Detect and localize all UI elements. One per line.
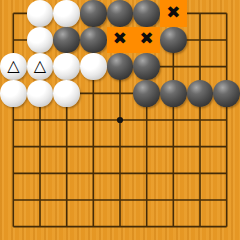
intersection-h4[interactable] xyxy=(187,133,214,160)
intersection-a9[interactable] xyxy=(0,0,27,27)
intersection-a8[interactable] xyxy=(0,27,27,54)
triangle-marker-icon: △ xyxy=(34,58,46,74)
intersection-h2[interactable] xyxy=(187,187,214,214)
intersection-b4[interactable] xyxy=(27,133,54,160)
intersection-h8[interactable] xyxy=(187,27,214,54)
intersection-b2[interactable] xyxy=(27,187,54,214)
intersection-f3[interactable] xyxy=(133,160,160,187)
intersection-j7[interactable] xyxy=(213,53,240,80)
black-stone xyxy=(160,27,186,53)
intersection-d4[interactable] xyxy=(80,133,107,160)
intersection-d3[interactable] xyxy=(80,160,107,187)
intersection-e3[interactable] xyxy=(107,160,134,187)
intersection-j3[interactable] xyxy=(213,160,240,187)
intersection-h5[interactable] xyxy=(187,107,214,134)
intersection-d8 xyxy=(80,27,107,54)
intersection-d5[interactable] xyxy=(80,107,107,134)
black-stone xyxy=(107,53,133,79)
intersection-a2[interactable] xyxy=(0,187,27,214)
intersection-a7: △ xyxy=(0,53,27,80)
intersection-f2[interactable] xyxy=(133,187,160,214)
intersection-j1[interactable] xyxy=(213,213,240,240)
intersection-d6[interactable] xyxy=(80,80,107,107)
intersection-b5[interactable] xyxy=(27,107,54,134)
intersection-c9 xyxy=(53,0,80,27)
intersection-b6 xyxy=(27,80,54,107)
white-stone: △ xyxy=(0,53,26,79)
intersection-b3[interactable] xyxy=(27,160,54,187)
black-stone xyxy=(133,0,159,26)
intersection-a1[interactable] xyxy=(0,213,27,240)
intersection-c8 xyxy=(53,27,80,54)
intersection-f8[interactable]: ✖ xyxy=(133,27,160,54)
intersection-g9[interactable]: ✖ xyxy=(160,0,187,27)
intersection-e8[interactable]: ✖ xyxy=(107,27,134,54)
intersection-g8 xyxy=(160,27,187,54)
intersection-c7 xyxy=(53,53,80,80)
black-stone xyxy=(133,80,159,106)
intersection-f9 xyxy=(133,0,160,27)
white-stone xyxy=(53,80,79,106)
white-stone xyxy=(27,0,53,26)
intersection-b9 xyxy=(27,0,54,27)
intersection-e6[interactable] xyxy=(107,80,134,107)
white-stone xyxy=(53,53,79,79)
white-stone xyxy=(80,53,106,79)
intersection-e9 xyxy=(107,0,134,27)
intersection-g2[interactable] xyxy=(160,187,187,214)
intersection-d1[interactable] xyxy=(80,213,107,240)
black-stone xyxy=(187,80,213,106)
intersection-h9[interactable] xyxy=(187,0,214,27)
intersection-j9[interactable] xyxy=(213,0,240,27)
black-stone xyxy=(53,27,79,53)
intersection-e1[interactable] xyxy=(107,213,134,240)
intersection-d2[interactable] xyxy=(80,187,107,214)
intersection-a3[interactable] xyxy=(0,160,27,187)
intersection-c2[interactable] xyxy=(53,187,80,214)
x-marker-icon: ✖ xyxy=(166,4,180,21)
intersection-e2[interactable] xyxy=(107,187,134,214)
intersection-c4[interactable] xyxy=(53,133,80,160)
intersection-j8[interactable] xyxy=(213,27,240,54)
intersection-f1[interactable] xyxy=(133,213,160,240)
intersection-j6 xyxy=(213,80,240,107)
intersection-b7: △ xyxy=(27,53,54,80)
intersection-d7 xyxy=(80,53,107,80)
intersection-f6 xyxy=(133,80,160,107)
intersection-g4[interactable] xyxy=(160,133,187,160)
intersection-d9 xyxy=(80,0,107,27)
intersection-j2[interactable] xyxy=(213,187,240,214)
white-stone xyxy=(53,0,79,26)
intersection-f7 xyxy=(133,53,160,80)
x-marker-icon: ✖ xyxy=(113,30,127,47)
black-stone xyxy=(107,0,133,26)
intersection-c3[interactable] xyxy=(53,160,80,187)
black-stone xyxy=(213,80,239,106)
intersection-j5[interactable] xyxy=(213,107,240,134)
intersection-g6 xyxy=(160,80,187,107)
intersection-c5[interactable] xyxy=(53,107,80,134)
intersection-e5[interactable] xyxy=(107,107,134,134)
intersection-b8 xyxy=(27,27,54,54)
black-stone xyxy=(160,80,186,106)
x-marker-icon: ✖ xyxy=(140,30,154,47)
white-stone xyxy=(27,27,53,53)
intersection-g1[interactable] xyxy=(160,213,187,240)
black-stone xyxy=(80,0,106,26)
intersection-h7[interactable] xyxy=(187,53,214,80)
black-stone xyxy=(80,27,106,53)
intersection-g7[interactable] xyxy=(160,53,187,80)
intersection-c6 xyxy=(53,80,80,107)
intersection-h3[interactable] xyxy=(187,160,214,187)
intersection-g3[interactable] xyxy=(160,160,187,187)
intersection-a6 xyxy=(0,80,27,107)
white-stone xyxy=(0,80,26,106)
intersection-e4[interactable] xyxy=(107,133,134,160)
intersection-a5[interactable] xyxy=(0,107,27,134)
intersection-f5[interactable] xyxy=(133,107,160,134)
white-stone xyxy=(27,80,53,106)
black-stone xyxy=(133,53,159,79)
white-stone: △ xyxy=(27,53,53,79)
go-board: ✖✖✖△△ xyxy=(0,0,240,240)
intersection-f4[interactable] xyxy=(133,133,160,160)
intersection-c1[interactable] xyxy=(53,213,80,240)
intersection-b1[interactable] xyxy=(27,213,54,240)
intersection-g5[interactable] xyxy=(160,107,187,134)
intersection-h1[interactable] xyxy=(187,213,214,240)
intersection-j4[interactable] xyxy=(213,133,240,160)
intersection-a4[interactable] xyxy=(0,133,27,160)
intersection-e7 xyxy=(107,53,134,80)
intersection-h6 xyxy=(187,80,214,107)
triangle-marker-icon: △ xyxy=(7,58,19,74)
